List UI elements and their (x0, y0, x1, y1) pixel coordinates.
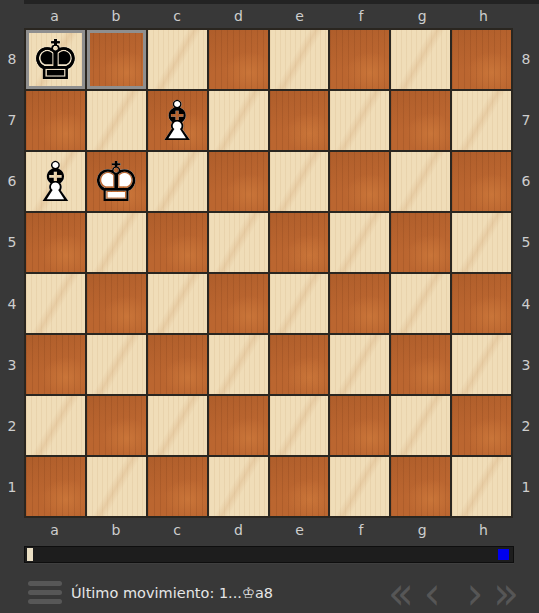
square-c4[interactable] (148, 274, 207, 333)
progress-end-marker (498, 549, 509, 560)
square-d7[interactable] (209, 91, 268, 150)
square-f8[interactable] (330, 30, 389, 89)
go-to-start-button[interactable]: « (388, 570, 414, 613)
square-c5[interactable] (148, 213, 207, 272)
square-c2[interactable] (148, 396, 207, 455)
progress-position-marker[interactable] (27, 548, 33, 561)
square-f2[interactable] (330, 396, 389, 455)
square-a2[interactable] (26, 396, 85, 455)
square-e2[interactable] (270, 396, 329, 455)
white-bishop[interactable]: ♝♗ (148, 92, 206, 150)
file-label-h: h (453, 4, 514, 28)
file-label-e: e (269, 4, 330, 28)
square-e1[interactable] (270, 457, 329, 516)
square-e7[interactable] (270, 91, 329, 150)
rank-label-4: 4 (0, 273, 24, 334)
square-b7[interactable] (87, 91, 146, 150)
square-g5[interactable] (391, 213, 450, 272)
file-label-g: g (392, 518, 453, 542)
rank-label-3: 3 (513, 334, 539, 395)
bottom-controls: Último movimiento: 1...♔a8 « ‹ › » (0, 572, 539, 613)
square-h1[interactable] (452, 457, 511, 516)
last-move-text: Último movimiento: 1...♔a8 (71, 585, 273, 601)
square-c6[interactable] (148, 152, 207, 211)
square-e6[interactable] (270, 152, 329, 211)
file-label-g: g (392, 4, 453, 28)
chess-board[interactable]: ♚♔♝♗♝♗♚♔ (24, 28, 513, 518)
rank-label-6: 6 (513, 151, 539, 212)
square-e4[interactable] (270, 274, 329, 333)
square-a5[interactable] (26, 213, 85, 272)
square-f7[interactable] (330, 91, 389, 150)
square-h4[interactable] (452, 274, 511, 333)
square-h6[interactable] (452, 152, 511, 211)
rank-label-7: 7 (0, 89, 24, 150)
menu-icon[interactable] (28, 581, 62, 604)
square-f1[interactable] (330, 457, 389, 516)
file-label-a: a (24, 4, 85, 28)
black-king[interactable]: ♚♔ (26, 31, 84, 89)
square-d1[interactable] (209, 457, 268, 516)
file-label-c: c (147, 518, 208, 542)
square-b6[interactable]: ♚♔ (87, 152, 146, 211)
rank-labels-left: 87654321 (0, 28, 24, 518)
square-e3[interactable] (270, 335, 329, 394)
rank-label-4: 4 (513, 273, 539, 334)
rank-label-7: 7 (513, 89, 539, 150)
square-e5[interactable] (270, 213, 329, 272)
file-label-b: b (85, 518, 146, 542)
file-label-a: a (24, 518, 85, 542)
rank-label-2: 2 (513, 396, 539, 457)
square-f3[interactable] (330, 335, 389, 394)
square-h5[interactable] (452, 213, 511, 272)
square-d8[interactable] (209, 30, 268, 89)
rank-label-5: 5 (0, 212, 24, 273)
square-h7[interactable] (452, 91, 511, 150)
file-label-c: c (147, 4, 208, 28)
square-b8[interactable] (87, 30, 146, 89)
square-g7[interactable] (391, 91, 450, 150)
bishop-glyph-outline: ♗ (26, 153, 84, 211)
square-g3[interactable] (391, 335, 450, 394)
file-label-f: f (330, 4, 391, 28)
king-glyph-outline: ♔ (87, 153, 145, 211)
square-g8[interactable] (391, 30, 450, 89)
square-d5[interactable] (209, 213, 268, 272)
square-f5[interactable] (330, 213, 389, 272)
previous-move-button[interactable]: ‹ (424, 570, 441, 613)
rank-label-1: 1 (513, 457, 539, 518)
file-label-f: f (330, 518, 391, 542)
square-g2[interactable] (391, 396, 450, 455)
square-c7[interactable]: ♝♗ (148, 91, 207, 150)
board-block: abcdefgh 87654321 ♚♔♝♗♝♗♚♔ 87654321 abcd… (0, 4, 539, 542)
square-a7[interactable] (26, 91, 85, 150)
file-labels-bottom: abcdefgh (24, 518, 514, 542)
square-d3[interactable] (209, 335, 268, 394)
square-b3[interactable] (87, 335, 146, 394)
square-b1[interactable] (87, 457, 146, 516)
square-b5[interactable] (87, 213, 146, 272)
game-progress-bar[interactable] (24, 546, 514, 563)
square-a1[interactable] (26, 457, 85, 516)
square-e8[interactable] (270, 30, 329, 89)
square-g6[interactable] (391, 152, 450, 211)
square-f6[interactable] (330, 152, 389, 211)
file-label-d: d (208, 518, 269, 542)
square-d2[interactable] (209, 396, 268, 455)
file-label-b: b (85, 4, 146, 28)
square-h2[interactable] (452, 396, 511, 455)
square-g1[interactable] (391, 457, 450, 516)
king-glyph-outline: ♔ (26, 31, 84, 89)
square-a4[interactable] (26, 274, 85, 333)
rank-label-6: 6 (0, 151, 24, 212)
file-labels-top: abcdefgh (24, 4, 514, 28)
square-h3[interactable] (452, 335, 511, 394)
square-b4[interactable] (87, 274, 146, 333)
square-g4[interactable] (391, 274, 450, 333)
white-bishop[interactable]: ♝♗ (26, 153, 84, 211)
square-c3[interactable] (148, 335, 207, 394)
square-a3[interactable] (26, 335, 85, 394)
rank-label-8: 8 (0, 28, 24, 89)
chess-app: abcdefgh 87654321 ♚♔♝♗♝♗♚♔ 87654321 abcd… (0, 0, 539, 613)
rank-labels-right: 87654321 (513, 28, 539, 518)
square-b2[interactable] (87, 396, 146, 455)
file-label-d: d (208, 4, 269, 28)
white-king[interactable]: ♚♔ (87, 153, 145, 211)
rank-label-8: 8 (513, 28, 539, 89)
square-f4[interactable] (330, 274, 389, 333)
file-label-e: e (269, 518, 330, 542)
square-a8[interactable]: ♚♔ (26, 30, 85, 89)
next-move-button[interactable]: › (467, 570, 484, 613)
bishop-glyph-outline: ♗ (148, 92, 206, 150)
square-a6[interactable]: ♝♗ (26, 152, 85, 211)
square-c8[interactable] (148, 30, 207, 89)
rank-label-3: 3 (0, 334, 24, 395)
rank-label-5: 5 (513, 212, 539, 273)
rank-label-2: 2 (0, 396, 24, 457)
square-d4[interactable] (209, 274, 268, 333)
file-label-h: h (453, 518, 514, 542)
square-h8[interactable] (452, 30, 511, 89)
go-to-end-button[interactable]: » (493, 570, 519, 613)
square-d6[interactable] (209, 152, 268, 211)
rank-label-1: 1 (0, 457, 24, 518)
move-navigation: « ‹ › » (388, 573, 519, 613)
square-c1[interactable] (148, 457, 207, 516)
